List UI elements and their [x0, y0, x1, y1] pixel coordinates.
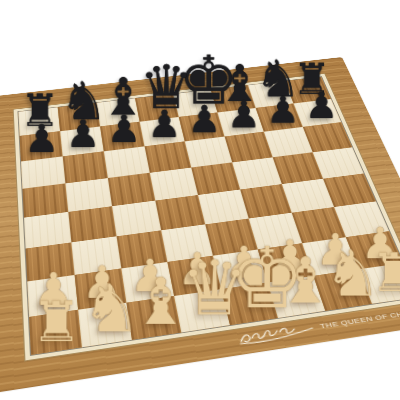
square-h5 [313, 147, 364, 179]
piece-black-rook: ♜ [20, 88, 60, 133]
piece-black-king: ♚ [178, 46, 217, 113]
square-d5 [150, 167, 198, 200]
square-a7: ♟ [20, 131, 63, 161]
square-c4 [112, 201, 161, 237]
piece-black-knight: ♞ [60, 75, 100, 128]
piece-white-pawn: ♟ [357, 222, 400, 265]
signature-flourish-icon [236, 319, 317, 346]
square-g4 [282, 179, 334, 213]
piece-black-bishop: ♝ [100, 71, 140, 123]
square-a3 [26, 242, 75, 281]
perspective-stage: ♜♞♝♛♚♝♞♜♟♟♟♟♟♟♟♟♟♟♟♟♟♟♟♟♜♞♝♛♚♝♞♜ THE QUE… [0, 0, 400, 400]
square-a4 [24, 212, 71, 249]
square-c1: ♝ [126, 296, 181, 340]
square-c5 [108, 173, 155, 207]
piece-black-queen: ♛ [139, 58, 178, 118]
square-e3 [205, 219, 258, 256]
piece-black-rook: ♜ [293, 57, 331, 100]
square-a5 [22, 183, 68, 217]
signature-caption: THE QUEEN OF CHESS [319, 307, 400, 330]
square-a1: ♜ [29, 310, 82, 355]
chess-board: ♜♞♝♛♚♝♞♜♟♟♟♟♟♟♟♟♟♟♟♟♟♟♟♟♜♞♝♛♚♝♞♜ THE QUE… [0, 57, 400, 393]
square-a6 [21, 156, 65, 188]
board-grid: ♜♞♝♛♚♝♞♜♟♟♟♟♟♟♟♟♟♟♟♟♟♟♟♟♜♞♝♛♚♝♞♜ [18, 77, 400, 355]
piece-black-knight: ♞ [255, 53, 294, 104]
square-d1: ♛ [174, 289, 230, 332]
piece-black-bishop: ♝ [217, 58, 256, 109]
square-b3 [71, 236, 121, 275]
square-e4 [198, 190, 249, 225]
square-d3 [161, 224, 213, 262]
piece-white-knight: ♞ [82, 275, 132, 341]
chess-board-photo: ♜♞♝♛♚♝♞♜♟♟♟♟♟♟♟♟♟♟♟♟♟♟♟♟♜♞♝♛♚♝♞♜ THE QUE… [0, 0, 400, 400]
square-b1: ♞ [78, 303, 132, 347]
